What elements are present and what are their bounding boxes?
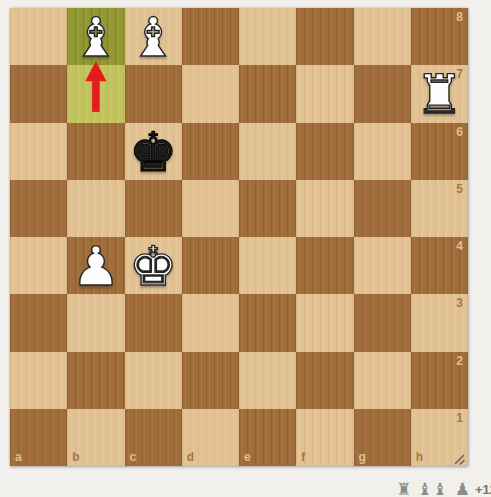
captured-pawn-icon: ♟ [455,481,470,497]
square-f7[interactable] [296,65,353,122]
square-e3[interactable] [239,294,296,351]
square-g1[interactable]: g [354,409,411,466]
square-f6[interactable] [296,123,353,180]
square-a2[interactable] [10,352,67,409]
material-advantage-value: +12 [475,481,491,497]
square-g2[interactable] [354,352,411,409]
piece-white-bishop[interactable]: ♝ [72,9,120,66]
square-a1[interactable]: a [10,409,67,466]
captured-rook-icon: ♜ [396,481,411,497]
file-label-d: d [187,451,194,463]
square-f3[interactable] [296,294,353,351]
square-g3[interactable] [354,294,411,351]
square-g4[interactable] [354,237,411,294]
square-c4[interactable]: ♚ [125,237,182,294]
square-d1[interactable]: d [182,409,239,466]
rank-label-1: 1 [456,412,463,424]
square-h7[interactable]: 7♜ [411,65,468,122]
square-c8[interactable]: ♝ [125,8,182,65]
square-c6[interactable]: ♚ [125,123,182,180]
square-e6[interactable] [239,123,296,180]
captured-bishop-group: ♝♝ [417,481,448,497]
square-b3[interactable] [67,294,124,351]
rank-label-3: 3 [456,297,463,309]
square-e7[interactable] [239,65,296,122]
square-h8[interactable]: 8 [411,8,468,65]
file-label-g: g [359,451,366,463]
square-h5[interactable]: 5 [411,180,468,237]
square-b5[interactable] [67,180,124,237]
square-b8[interactable]: ♝ [67,8,124,65]
board-resize-handle[interactable] [452,452,466,466]
square-a8[interactable] [10,8,67,65]
square-f1[interactable]: f [296,409,353,466]
rank-label-4: 4 [456,240,463,252]
square-f2[interactable] [296,352,353,409]
square-d3[interactable] [182,294,239,351]
square-e4[interactable] [239,237,296,294]
square-b4[interactable]: ♟ [67,237,124,294]
piece-white-rook[interactable]: ♜ [415,66,463,123]
square-g7[interactable] [354,65,411,122]
captured-bishop-icon: ♝ [417,481,432,497]
square-g6[interactable] [354,123,411,180]
square-e8[interactable] [239,8,296,65]
square-d5[interactable] [182,180,239,237]
material-advantage-bar: ♜♝♝♟+12 [396,481,491,497]
square-e1[interactable]: e [239,409,296,466]
file-label-c: c [130,451,137,463]
square-d7[interactable] [182,65,239,122]
square-c3[interactable] [125,294,182,351]
square-g8[interactable] [354,8,411,65]
file-label-a: a [15,451,22,463]
square-e5[interactable] [239,180,296,237]
file-label-e: e [244,451,251,463]
square-e2[interactable] [239,352,296,409]
rank-label-2: 2 [456,355,463,367]
square-b1[interactable]: b [67,409,124,466]
square-f8[interactable] [296,8,353,65]
captured-rook-group: ♜ [396,481,411,497]
captured-pawn-group: ♟ [455,481,470,497]
square-h4[interactable]: 4 [411,237,468,294]
square-d4[interactable] [182,237,239,294]
square-a6[interactable] [10,123,67,180]
piece-black-king[interactable]: ♚ [129,124,177,181]
chess-board[interactable]: ♝♝87♜♚65♟♚432abcdefgh1 [10,8,468,466]
file-label-h: h [416,451,423,463]
file-label-b: b [72,451,79,463]
square-a7[interactable] [10,65,67,122]
captured-bishop-icon: ♝ [433,481,448,497]
rank-label-8: 8 [456,11,463,23]
square-g5[interactable] [354,180,411,237]
piece-white-pawn[interactable]: ♟ [72,238,120,295]
square-d6[interactable] [182,123,239,180]
square-d2[interactable] [182,352,239,409]
rank-label-5: 5 [456,183,463,195]
rank-label-6: 6 [456,126,463,138]
piece-white-bishop[interactable]: ♝ [129,9,177,66]
square-a5[interactable] [10,180,67,237]
file-label-f: f [301,451,305,463]
square-b6[interactable] [67,123,124,180]
square-f5[interactable] [296,180,353,237]
square-c5[interactable] [125,180,182,237]
square-c7[interactable] [125,65,182,122]
square-h2[interactable]: 2 [411,352,468,409]
square-c1[interactable]: c [125,409,182,466]
square-b2[interactable] [67,352,124,409]
square-a3[interactable] [10,294,67,351]
square-d8[interactable] [182,8,239,65]
square-h6[interactable]: 6 [411,123,468,180]
piece-white-king[interactable]: ♚ [129,238,177,295]
square-f4[interactable] [296,237,353,294]
square-b7[interactable] [67,65,124,122]
square-c2[interactable] [125,352,182,409]
square-h3[interactable]: 3 [411,294,468,351]
square-a4[interactable] [10,237,67,294]
